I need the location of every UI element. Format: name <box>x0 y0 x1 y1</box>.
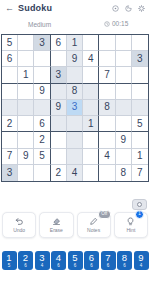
cell-r4c6[interactable] <box>83 84 99 100</box>
status-bar: Medium 00:15 <box>0 20 150 31</box>
numpad-digit: 1 <box>6 253 11 263</box>
hint-button[interactable]: 1 Hint <box>114 212 148 238</box>
cell-r5c8[interactable] <box>116 100 132 116</box>
cell-r3c2[interactable]: 1 <box>18 67 34 83</box>
cell-r3c3[interactable] <box>34 67 50 83</box>
cell-r5c9[interactable] <box>132 100 148 116</box>
lightbulb-icon <box>126 217 135 226</box>
numpad-key-4[interactable]: 46 <box>51 251 66 270</box>
cell-r2c1[interactable]: 6 <box>2 51 18 67</box>
cell-r9c4[interactable]: 2 <box>51 165 67 181</box>
cell-r6c8[interactable] <box>116 116 132 132</box>
cell-r1c8[interactable] <box>116 35 132 51</box>
cell-r8c3[interactable]: 5 <box>34 149 50 165</box>
cell-r3c7[interactable]: 7 <box>99 67 115 83</box>
sudoku-app: ← Sudoku Medium <box>0 0 150 300</box>
cell-r5c2[interactable] <box>18 100 34 116</box>
cell-r5c3[interactable] <box>34 100 50 116</box>
cell-r2c7[interactable] <box>99 51 115 67</box>
numpad-digit: 6 <box>89 253 94 263</box>
numpad-digit: 3 <box>39 253 44 263</box>
numpad-key-5[interactable]: 56 <box>68 251 83 270</box>
cell-r7c5[interactable] <box>67 132 83 148</box>
timer-value: 00:15 <box>112 20 128 27</box>
cell-r2c9[interactable]: 3 <box>132 51 148 67</box>
numpad-digit: 9 <box>138 253 143 263</box>
cell-r4c1[interactable] <box>2 84 18 100</box>
numpad-key-3[interactable]: 34 <box>35 251 50 270</box>
cell-r9c9[interactable]: 7 <box>132 165 148 181</box>
cell-r5c6[interactable] <box>83 100 99 116</box>
cell-r5c4[interactable]: 9 <box>51 100 67 116</box>
undo-icon <box>15 217 24 226</box>
numpad-digit: 8 <box>122 253 127 263</box>
cell-r4c9[interactable] <box>132 84 148 100</box>
cell-r1c4[interactable]: 6 <box>51 35 67 51</box>
notes-off-badge: Off <box>98 210 111 219</box>
cell-r3c6[interactable] <box>83 67 99 83</box>
settings-gear-icon[interactable] <box>138 5 145 12</box>
cell-r4c4[interactable] <box>51 84 67 100</box>
header: ← Sudoku <box>0 0 150 14</box>
cell-r7c4[interactable] <box>51 132 67 148</box>
numpad-digit: 5 <box>72 253 77 263</box>
cell-r3c8[interactable] <box>116 67 132 83</box>
cell-r2c5[interactable]: 9 <box>67 51 83 67</box>
hint-label: Hint <box>126 227 135 233</box>
cell-r8c7[interactable]: 4 <box>99 149 115 165</box>
numpad-digit: 2 <box>23 253 28 263</box>
numpad-remaining-count: 6 <box>90 264 93 269</box>
numpad-remaining-count: 4 <box>41 264 44 269</box>
numpad-key-1[interactable]: 15 <box>2 251 17 270</box>
cell-r1c1[interactable]: 5 <box>2 35 18 51</box>
undo-label: Undo <box>13 227 25 233</box>
back-arrow-icon[interactable]: ← <box>5 4 14 13</box>
cell-r1c9[interactable] <box>132 35 148 51</box>
cell-r6c9[interactable]: 5 <box>132 116 148 132</box>
cell-r2c3[interactable] <box>34 51 50 67</box>
numpad-remaining-count: 5 <box>8 264 11 269</box>
numpad-remaining-count: 6 <box>107 264 110 269</box>
cell-r9c6[interactable] <box>83 165 99 181</box>
cell-r8c4[interactable] <box>51 149 67 165</box>
medal-icon[interactable] <box>112 5 119 12</box>
pencil-icon <box>89 217 98 226</box>
cell-r5c1[interactable] <box>2 100 18 116</box>
cell-r8c9[interactable]: 1 <box>132 149 148 165</box>
sudoku-board: 53616943137989382615297954132487 <box>1 34 149 182</box>
clock-icon <box>104 21 110 27</box>
numpad-key-6[interactable]: 66 <box>84 251 99 270</box>
cell-r7c8[interactable]: 9 <box>116 132 132 148</box>
cell-r8c2[interactable]: 9 <box>18 149 34 165</box>
cell-r9c5[interactable]: 4 <box>67 165 83 181</box>
numpad-key-7[interactable]: 76 <box>101 251 116 270</box>
cell-r3c4[interactable]: 3 <box>51 67 67 83</box>
cell-r7c6[interactable] <box>83 132 99 148</box>
eraser-icon <box>52 217 61 226</box>
cell-r4c7[interactable] <box>99 84 115 100</box>
cell-r6c3[interactable]: 6 <box>34 116 50 132</box>
cell-r7c3[interactable]: 2 <box>34 132 50 148</box>
cell-r2c8[interactable] <box>116 51 132 67</box>
numpad-remaining-count: 6 <box>123 264 126 269</box>
numpad-digit: 7 <box>105 253 110 263</box>
app-title: Sudoku <box>18 3 52 13</box>
cell-r1c5[interactable]: 1 <box>67 35 83 51</box>
ad-badge <box>132 199 147 210</box>
cell-r7c1[interactable] <box>2 132 18 148</box>
numpad-digit: 4 <box>56 253 61 263</box>
undo-button[interactable]: Undo <box>2 212 36 238</box>
cell-r6c5[interactable] <box>67 116 83 132</box>
cell-r9c8[interactable]: 8 <box>116 165 132 181</box>
numpad-key-8[interactable]: 86 <box>117 251 132 270</box>
cell-r4c2[interactable] <box>18 84 34 100</box>
numpad-remaining-count: 4 <box>140 264 143 269</box>
cell-r5c5[interactable]: 3 <box>67 100 83 116</box>
notes-button[interactable]: Off Notes <box>77 212 111 238</box>
cell-r8c5[interactable] <box>67 149 83 165</box>
palette-icon[interactable] <box>125 5 132 12</box>
cell-r8c6[interactable] <box>83 149 99 165</box>
cell-r4c5[interactable]: 8 <box>67 84 83 100</box>
difficulty-label: Medium <box>28 21 51 28</box>
timer: 00:15 <box>104 20 128 27</box>
cell-r4c3[interactable]: 9 <box>34 84 50 100</box>
cell-r7c7[interactable] <box>99 132 115 148</box>
cell-r6c7[interactable] <box>99 116 115 132</box>
numpad-remaining-count: 6 <box>24 264 27 269</box>
cell-r3c9[interactable] <box>132 67 148 83</box>
ad-badge-dot-icon <box>137 202 142 207</box>
cell-r9c1[interactable]: 3 <box>2 165 18 181</box>
cell-r3c1[interactable] <box>2 67 18 83</box>
cell-r7c9[interactable] <box>132 132 148 148</box>
notes-label: Notes <box>87 227 100 233</box>
cell-r8c1[interactable]: 7 <box>2 149 18 165</box>
cell-r6c6[interactable]: 1 <box>83 116 99 132</box>
cell-r6c1[interactable]: 2 <box>2 116 18 132</box>
hint-count-badge: 1 <box>135 210 144 219</box>
numpad-remaining-count: 6 <box>74 264 77 269</box>
cell-r4c8[interactable] <box>116 84 132 100</box>
cell-r5c7[interactable]: 8 <box>99 100 115 116</box>
cell-r1c3[interactable]: 3 <box>34 35 50 51</box>
cell-r2c4[interactable] <box>51 51 67 67</box>
number-pad: 152634465666768694 <box>2 251 149 270</box>
cell-r2c2[interactable] <box>18 51 34 67</box>
numpad-key-2[interactable]: 26 <box>18 251 33 270</box>
cell-r3c5[interactable] <box>67 67 83 83</box>
erase-button[interactable]: Erase <box>39 212 73 238</box>
cell-r9c2[interactable] <box>18 165 34 181</box>
cell-r6c2[interactable] <box>18 116 34 132</box>
cell-r6c4[interactable] <box>51 116 67 132</box>
action-toolbar: Undo Erase Off Notes 1 Hint <box>2 212 148 238</box>
erase-label: Erase <box>50 227 63 233</box>
numpad-remaining-count: 6 <box>57 264 60 269</box>
cell-r1c6[interactable] <box>83 35 99 51</box>
cell-r2c6[interactable]: 4 <box>83 51 99 67</box>
cell-r9c3[interactable] <box>34 165 50 181</box>
cell-r8c8[interactable] <box>116 149 132 165</box>
cell-r1c2[interactable] <box>18 35 34 51</box>
cell-r9c7[interactable] <box>99 165 115 181</box>
cell-r7c2[interactable] <box>18 132 34 148</box>
cell-r1c7[interactable] <box>99 35 115 51</box>
numpad-key-9[interactable]: 94 <box>134 251 149 270</box>
